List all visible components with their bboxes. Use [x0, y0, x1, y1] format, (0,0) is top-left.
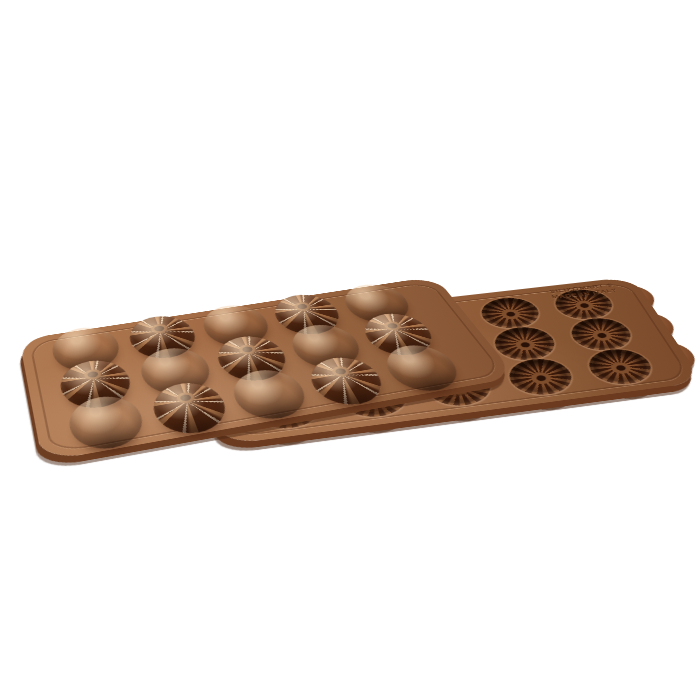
- cavity-opening: [581, 346, 659, 387]
- product-photo: SILIKOMART ® MADE IN ITALY: [0, 0, 700, 700]
- bump-cell-r3c1: [60, 400, 156, 455]
